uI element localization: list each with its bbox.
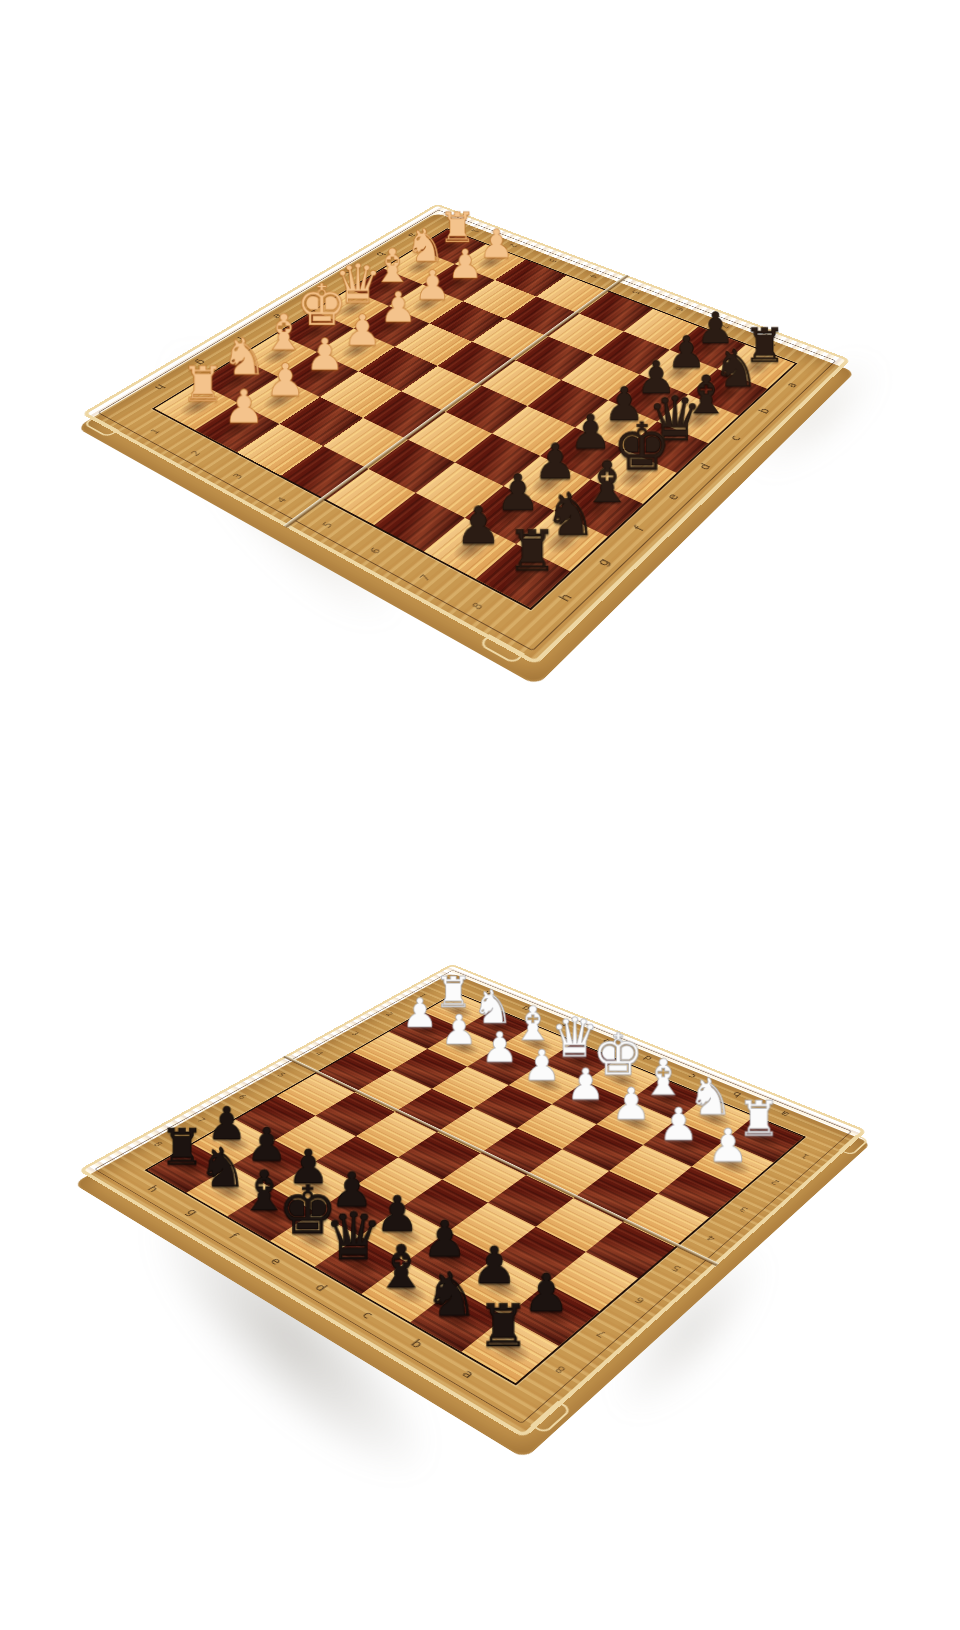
square-g1: ♞ — [198, 357, 279, 402]
rank-label: 1 — [418, 992, 429, 998]
clasp-foot — [478, 634, 525, 664]
file-label: h — [144, 1184, 162, 1194]
square-b5 — [548, 314, 623, 355]
square-c8: ♝ — [657, 395, 738, 444]
square-a2: ♟ — [455, 244, 525, 280]
piece-contact-shadow — [708, 379, 750, 406]
square-f8: ♝ — [228, 1188, 316, 1241]
chessboard-bottom: hgfedcbahgfedcba1234567812345678♜♞♝♛♚♝♞♜… — [78, 964, 867, 1439]
file-label: h — [482, 989, 495, 996]
square-f5 — [356, 1112, 437, 1157]
square-e7: ♟ — [540, 427, 624, 479]
square-e7: ♟ — [315, 1184, 402, 1236]
square-h3 — [237, 424, 323, 476]
file-label: c — [685, 1072, 698, 1080]
board-surface: hgfedcbahgfedcba1234567812345678♜♞♝♚♛♝♞♜… — [81, 204, 851, 666]
square-e4 — [437, 1108, 517, 1153]
square-c4 — [472, 319, 548, 361]
square-d6 — [527, 380, 608, 427]
rank-label: 2 — [508, 243, 520, 248]
rank-label: 7 — [594, 1328, 609, 1339]
piece-white-pawn: ♟ — [454, 1027, 545, 1069]
square-g8: ♞ — [516, 511, 607, 571]
piece-contact-shadow — [516, 1034, 558, 1055]
square-d3 — [395, 324, 472, 366]
square-f8: ♝ — [555, 479, 644, 536]
square-g4 — [323, 418, 408, 469]
square-f6 — [455, 434, 540, 487]
square-h3 — [353, 1032, 427, 1070]
rank-label: 5 — [320, 520, 335, 529]
square-f7: ♟ — [272, 1162, 357, 1212]
file-label: d — [696, 462, 714, 472]
square-d1: ♚ — [585, 1060, 661, 1101]
square-e4 — [401, 366, 481, 412]
square-h2: ♟ — [389, 1012, 462, 1049]
rank-label: 6 — [367, 546, 382, 556]
square-f3 — [432, 1067, 509, 1108]
files-far-strip: hgfedcba — [463, 982, 815, 1129]
piece-black-bishop: ♝ — [656, 369, 756, 422]
file-label: a — [783, 381, 800, 390]
square-f6 — [315, 1136, 398, 1184]
square-f3 — [320, 371, 401, 418]
piece-black-pawn: ♟ — [344, 1190, 451, 1239]
square-g7: ♟ — [232, 1140, 316, 1188]
piece-contact-shadow — [600, 1069, 644, 1091]
piece-contact-shadow — [291, 1173, 339, 1201]
square-g4 — [354, 1070, 431, 1112]
piece-contact-shadow — [628, 385, 671, 412]
piece-contact-shadow — [739, 1127, 786, 1152]
piece-black-bishop: ♝ — [211, 1163, 316, 1219]
piece-black-pawn: ♟ — [257, 1143, 359, 1190]
file-label: b — [373, 251, 387, 258]
square-b6 — [593, 331, 670, 374]
clasp-foot — [530, 1401, 573, 1435]
piece-contact-shadow — [425, 1244, 476, 1275]
piece-white-pawn: ♟ — [316, 309, 410, 352]
piece-contact-shadow — [297, 362, 341, 388]
piece-contact-shadow — [482, 1332, 538, 1368]
square-b1: ♞ — [384, 249, 455, 285]
piece-contact-shadow — [576, 492, 624, 525]
square-d2: ♟ — [354, 306, 430, 347]
square-b7: ♟ — [640, 350, 718, 395]
files-far-strip: hgfedcba — [130, 223, 435, 404]
square-b7: ♟ — [455, 1257, 547, 1317]
piece-contact-shadow — [677, 405, 720, 433]
piece-contact-shadow — [524, 1073, 568, 1096]
piece-contact-shadow — [446, 531, 496, 566]
rank-label: 4 — [588, 273, 600, 279]
square-g7: ♟ — [465, 486, 555, 544]
piece-white-knight: ♞ — [196, 332, 293, 383]
rank-label: 4 — [314, 1050, 326, 1056]
square-d4 — [437, 342, 515, 386]
square-h4 — [316, 1052, 392, 1092]
square-d7: ♟ — [360, 1207, 449, 1262]
square-c3 — [430, 301, 505, 341]
square-e6 — [492, 406, 575, 456]
square-b2: ♟ — [643, 1120, 723, 1166]
piece-contact-shadow — [381, 1276, 434, 1309]
piece-contact-shadow — [249, 1151, 296, 1177]
photo-bottom-board: hgfedcbahgfedcba1234567812345678♜♞♝♛♚♝♞♜… — [0, 0, 960, 1630]
square-h7: ♟ — [424, 518, 516, 579]
piece-contact-shadow — [474, 1270, 527, 1303]
piece-white-king: ♚ — [276, 276, 368, 333]
piece-white-pawn: ♟ — [495, 1044, 588, 1087]
square-f4 — [363, 391, 446, 439]
square-a1: ♜ — [724, 1117, 804, 1163]
clasp-foot — [839, 1135, 870, 1156]
square-c6 — [448, 1203, 536, 1257]
square-g5 — [368, 440, 454, 493]
square-a6 — [624, 309, 699, 350]
piece-black-pawn: ♟ — [299, 1166, 404, 1214]
piece-contact-shadow — [443, 1037, 485, 1058]
square-d8: ♛ — [315, 1236, 406, 1294]
file-label: c — [341, 271, 355, 278]
square-a3 — [495, 260, 566, 297]
piece-white-pawn: ♟ — [353, 287, 445, 329]
square-b5 — [536, 1198, 623, 1252]
piece-contact-shadow — [166, 1155, 212, 1182]
piece-contact-shadow — [645, 432, 689, 462]
file-label: g — [183, 1207, 201, 1218]
square-h6 — [374, 493, 465, 552]
square-h5 — [327, 469, 416, 525]
square-e2: ♟ — [509, 1063, 585, 1104]
square-f2: ♟ — [467, 1046, 542, 1086]
ground-shadow — [698, 307, 932, 524]
piece-white-pawn: ♟ — [454, 225, 540, 264]
piece-contact-shadow — [691, 1107, 737, 1131]
ground-shadow — [550, 1181, 830, 1480]
file-label: e — [267, 1256, 285, 1268]
square-f1: ♝ — [501, 1025, 574, 1063]
piece-contact-shadow — [407, 293, 448, 315]
piece-white-pawn: ♟ — [538, 1063, 633, 1106]
piece-contact-shadow — [499, 558, 550, 595]
scene-top: hgfedcbahgfedcba1234567812345678♜♞♝♚♛♝♞♜… — [202, 112, 750, 660]
piece-contact-shadow — [708, 1152, 756, 1179]
rank-label: 7 — [718, 323, 731, 329]
square-c1: ♝ — [350, 268, 423, 306]
piece-contact-shadow — [525, 1298, 579, 1332]
piece-contact-shadow — [333, 1196, 382, 1225]
square-d7: ♟ — [575, 400, 657, 449]
square-h1: ♜ — [155, 382, 238, 430]
ranks-right-strip: 12345678 — [528, 1139, 830, 1394]
square-a7: ♟ — [670, 326, 746, 369]
rank-label: 5 — [630, 289, 642, 295]
piece-contact-shadow — [257, 343, 301, 368]
square-g6 — [275, 1116, 356, 1162]
rank-label: 6 — [673, 306, 686, 312]
piece-black-pawn: ♟ — [177, 1101, 275, 1146]
square-e1: ♚ — [277, 311, 354, 352]
piece-black-pawn: ♟ — [464, 468, 573, 518]
square-e5 — [398, 1132, 480, 1179]
square-a4 — [623, 1194, 709, 1247]
square-e8: ♚ — [591, 450, 677, 504]
square-e2: ♟ — [317, 329, 395, 372]
piece-contact-shadow — [404, 1021, 445, 1041]
square-d6 — [402, 1180, 488, 1232]
file-label: a — [777, 1109, 791, 1118]
piece-contact-shadow — [205, 1177, 253, 1205]
rank-label: 8 — [152, 1140, 166, 1148]
piece-contact-shadow — [367, 276, 407, 298]
piece-contact-shadow — [289, 1224, 339, 1254]
square-g2: ♟ — [238, 377, 320, 424]
rank-label: 1 — [469, 228, 480, 233]
piece-white-rook: ♜ — [411, 971, 497, 1013]
piece-black-queen: ♛ — [298, 1204, 408, 1270]
piece-contact-shadow — [430, 1303, 484, 1338]
file-label: f — [560, 1021, 571, 1027]
rank-label: 7 — [417, 573, 433, 583]
square-a1: ♜ — [416, 229, 485, 264]
piece-black-pawn: ♟ — [216, 1122, 316, 1168]
square-e3 — [474, 1085, 552, 1128]
board-surface: hgfedcbahgfedcba1234567812345678♜♞♝♛♚♝♞♜… — [78, 964, 867, 1439]
piece-black-pawn: ♟ — [607, 356, 705, 401]
rank-label: 3 — [547, 258, 559, 264]
files-near-strip: hgfedcba — [124, 1172, 505, 1398]
file-label: g — [193, 358, 209, 367]
piece-black-rook: ♜ — [444, 1297, 562, 1355]
board-hinge-seam — [283, 1055, 719, 1265]
square-a7: ♟ — [505, 1283, 599, 1346]
piece-contact-shadow — [372, 315, 414, 338]
square-b3 — [463, 280, 536, 319]
file-label: f — [233, 335, 246, 342]
square-b6 — [496, 1227, 586, 1284]
piece-white-pawn: ♟ — [629, 1102, 727, 1147]
square-g3 — [392, 1049, 468, 1089]
piece-contact-shadow — [659, 1131, 706, 1156]
board-side-edge — [79, 214, 852, 684]
square-a8: ♜ — [718, 345, 795, 389]
piece-white-bishop: ♝ — [488, 1000, 577, 1047]
square-g8: ♞ — [187, 1166, 273, 1217]
square-f7: ♟ — [504, 456, 591, 511]
piece-white-king: ♚ — [572, 1026, 664, 1084]
piece-black-king: ♚ — [589, 414, 695, 480]
piece-white-bishop: ♝ — [349, 243, 437, 290]
piece-white-knight: ♞ — [449, 984, 536, 1030]
square-g2: ♟ — [427, 1029, 501, 1067]
piece-white-pawn: ♟ — [236, 358, 335, 403]
file-label: g — [519, 1005, 533, 1012]
rank-label: 8 — [765, 341, 778, 348]
ground-shadow — [69, 248, 495, 722]
square-d8: ♛ — [625, 421, 709, 472]
square-g6 — [416, 462, 504, 517]
file-label: d — [641, 1054, 655, 1062]
piece-contact-shadow — [401, 256, 440, 277]
file-label: c — [359, 1309, 377, 1321]
square-a3 — [658, 1167, 742, 1218]
file-label: h — [152, 383, 168, 392]
piece-contact-shadow — [174, 393, 221, 420]
square-a5 — [579, 292, 653, 332]
square-d4 — [480, 1128, 562, 1175]
piece-black-rook: ♜ — [132, 1122, 233, 1172]
rank-label: 3 — [350, 1030, 362, 1036]
file-label: c — [727, 433, 744, 442]
piece-black-pawn: ♟ — [489, 1267, 604, 1320]
square-e6 — [358, 1157, 443, 1207]
rank-label: 4 — [704, 1234, 717, 1243]
playing-area: ♜♞♝♚♛♝♞♜♟♟♟♟♟♟♟♟♟♟♟♟♟♟♟♟♜♞♝♚♛♝♞♜ — [155, 229, 795, 607]
rank-label: 3 — [230, 472, 244, 480]
file-label: a — [405, 232, 419, 238]
file-label: b — [407, 1337, 426, 1350]
piece-contact-shadow — [483, 1055, 526, 1077]
square-b8: ♞ — [688, 369, 767, 415]
square-e3 — [358, 347, 437, 391]
square-g5 — [315, 1092, 394, 1136]
rank-label: 8 — [469, 601, 485, 612]
square-f2: ♟ — [278, 352, 358, 397]
product-photo-page: { "game": "chess", "scene_description": … — [0, 0, 960, 1630]
piece-contact-shadow — [215, 413, 262, 441]
piece-contact-shadow — [659, 359, 700, 385]
piece-contact-shadow — [595, 411, 639, 439]
rank-label: 2 — [188, 449, 202, 457]
piece-contact-shadow — [737, 354, 778, 379]
piece-black-pawn: ♟ — [390, 1214, 499, 1264]
square-e1: ♛ — [542, 1042, 616, 1081]
rank-label: 2 — [769, 1178, 781, 1186]
rank-label: 8 — [553, 1364, 568, 1375]
square-c1: ♝ — [629, 1078, 706, 1120]
board-side-edge — [76, 974, 869, 1457]
square-b4 — [505, 297, 579, 337]
square-c7: ♟ — [406, 1231, 496, 1288]
square-c2: ♟ — [597, 1101, 676, 1145]
piece-contact-shadow — [334, 1249, 385, 1281]
square-a8: ♜ — [462, 1317, 559, 1383]
square-g1: ♞ — [461, 1009, 533, 1046]
rank-label: 4 — [274, 496, 289, 505]
scene-bottom: hgfedcbahgfedcba1234567812345678♜♞♝♛♚♝♞♜… — [200, 870, 760, 1430]
ranks-right-strip: 12345678 — [450, 220, 801, 358]
file-label: h — [556, 591, 576, 604]
file-label: e — [270, 312, 285, 320]
square-c6 — [561, 355, 640, 400]
piece-contact-shadow — [332, 298, 373, 321]
piece-white-rook: ♜ — [153, 360, 252, 409]
file-label: d — [306, 291, 321, 298]
square-h5 — [276, 1074, 354, 1116]
piece-white-knight: ♞ — [383, 223, 469, 269]
piece-white-queen: ♛ — [529, 1010, 620, 1064]
piece-black-queen: ♛ — [624, 388, 727, 450]
file-label: e — [664, 491, 683, 502]
rank-label: 6 — [236, 1093, 249, 1100]
square-c3 — [562, 1124, 643, 1171]
square-a6 — [547, 1252, 638, 1311]
piece-contact-shadow — [378, 1220, 428, 1250]
piece-contact-shadow — [438, 1001, 478, 1020]
piece-white-knight: ♞ — [662, 1071, 758, 1122]
piece-contact-shadow — [440, 272, 479, 293]
square-a4 — [536, 275, 609, 313]
piece-contact-shadow — [216, 367, 261, 393]
piece-contact-shadow — [472, 252, 510, 273]
playing-area: ♜♞♝♛♚♝♞♜♟♟♟♟♟♟♟♟♟♟♟♟♟♟♟♟♜♞♝♚♛♝♞♜ — [147, 993, 803, 1383]
piece-black-king: ♚ — [254, 1177, 361, 1244]
rank-label: 1 — [799, 1152, 811, 1160]
piece-black-pawn: ♟ — [502, 438, 608, 487]
piece-white-pawn: ♟ — [678, 1123, 778, 1169]
square-c7: ♟ — [608, 374, 688, 421]
file-label: f — [225, 1231, 240, 1241]
square-d3 — [517, 1104, 597, 1149]
square-g3 — [280, 397, 364, 446]
square-b1: ♞ — [676, 1097, 754, 1141]
chessboard-top: hgfedcbahgfedcba1234567812345678♜♞♝♚♛♝♞♜… — [81, 204, 851, 666]
piece-black-bishop: ♝ — [345, 1237, 457, 1297]
square-d5 — [442, 1153, 526, 1202]
piece-black-pawn: ♟ — [539, 409, 642, 456]
piece-contact-shadow — [486, 498, 535, 531]
square-c4 — [526, 1149, 609, 1198]
piece-white-pawn: ♟ — [422, 245, 510, 285]
file-label: g — [594, 556, 614, 568]
piece-black-knight: ♞ — [515, 485, 627, 544]
file-label: e — [599, 1037, 613, 1045]
ground-shadow — [44, 1098, 536, 1582]
piece-black-pawn: ♟ — [438, 1240, 550, 1291]
square-f5 — [408, 412, 492, 462]
file-label: f — [631, 524, 648, 533]
square-f4 — [395, 1089, 474, 1132]
piece-contact-shadow — [295, 320, 338, 344]
file-label: a — [459, 1367, 478, 1381]
piece-white-rook: ♜ — [710, 1095, 808, 1143]
piece-white-bishop: ♝ — [237, 308, 331, 358]
piece-contact-shadow — [257, 387, 303, 414]
piece-white-pawn: ♟ — [388, 265, 478, 306]
square-b2: ♟ — [423, 264, 495, 301]
piece-contact-shadow — [557, 1051, 600, 1073]
square-h1: ♜ — [423, 993, 494, 1028]
board-hinge-seam — [283, 275, 628, 528]
piece-contact-shadow — [613, 1111, 659, 1135]
square-h2: ♟ — [195, 403, 279, 453]
piece-black-rook: ♜ — [475, 523, 590, 580]
square-d5 — [482, 360, 562, 406]
piece-contact-shadow — [246, 1200, 295, 1229]
piece-contact-shadow — [561, 439, 606, 469]
piece-black-pawn: ♟ — [669, 307, 763, 350]
rank-label: 3 — [738, 1205, 751, 1214]
piece-black-bishop: ♝ — [553, 454, 662, 511]
piece-contact-shadow — [335, 338, 378, 363]
clasp-foot — [83, 417, 120, 438]
piece-contact-shadow — [210, 1130, 256, 1155]
piece-black-knight: ♞ — [687, 343, 785, 395]
square-h4 — [281, 446, 368, 500]
piece-contact-shadow — [433, 237, 471, 257]
piece-contact-shadow — [476, 1017, 517, 1037]
